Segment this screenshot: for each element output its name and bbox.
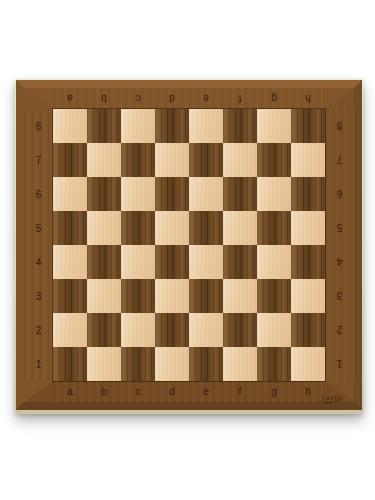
square-a4[interactable] <box>53 245 87 279</box>
rank-label-4: 4 <box>325 245 354 279</box>
square-g3[interactable] <box>257 279 291 313</box>
rank-label-5: 5 <box>24 211 53 245</box>
square-a3[interactable] <box>53 279 87 313</box>
square-d1[interactable] <box>155 347 189 381</box>
file-label-a: a <box>53 88 87 109</box>
file-label-d: d <box>155 381 189 402</box>
square-h3[interactable] <box>291 279 325 313</box>
rank-label-6: 6 <box>24 177 53 211</box>
square-c8[interactable] <box>121 109 155 143</box>
square-d2[interactable] <box>155 313 189 347</box>
square-b1[interactable] <box>87 347 121 381</box>
rank-label-6: 6 <box>325 177 354 211</box>
square-g1[interactable] <box>257 347 291 381</box>
rank-label-1: 1 <box>325 347 354 381</box>
square-a6[interactable] <box>53 177 87 211</box>
rank-label-2: 2 <box>24 313 53 347</box>
square-f5[interactable] <box>223 211 257 245</box>
square-e3[interactable] <box>189 279 223 313</box>
square-f7[interactable] <box>223 143 257 177</box>
board-frame: abcdefgh abcdefgh 87654321 87654321 cayr… <box>16 80 362 410</box>
square-c1[interactable] <box>121 347 155 381</box>
square-d7[interactable] <box>155 143 189 177</box>
file-label-g: g <box>257 88 291 109</box>
product-photo-canvas: abcdefgh abcdefgh 87654321 87654321 cayr… <box>0 0 375 500</box>
square-b4[interactable] <box>87 245 121 279</box>
square-b8[interactable] <box>87 109 121 143</box>
square-d8[interactable] <box>155 109 189 143</box>
square-c2[interactable] <box>121 313 155 347</box>
rank-label-8: 8 <box>24 109 53 143</box>
rank-label-2: 2 <box>325 313 354 347</box>
file-label-d: d <box>155 88 189 109</box>
square-g2[interactable] <box>257 313 291 347</box>
square-c7[interactable] <box>121 143 155 177</box>
file-labels-top: abcdefgh <box>53 88 325 109</box>
chess-board: abcdefgh abcdefgh 87654321 87654321 cayr… <box>15 79 363 414</box>
square-f3[interactable] <box>223 279 257 313</box>
square-d4[interactable] <box>155 245 189 279</box>
square-a5[interactable] <box>53 211 87 245</box>
file-label-c: c <box>121 381 155 402</box>
square-h7[interactable] <box>291 143 325 177</box>
square-h8[interactable] <box>291 109 325 143</box>
rank-label-3: 3 <box>325 279 354 313</box>
square-f6[interactable] <box>223 177 257 211</box>
file-label-f: f <box>223 88 257 109</box>
square-b3[interactable] <box>87 279 121 313</box>
square-d5[interactable] <box>155 211 189 245</box>
square-f1[interactable] <box>223 347 257 381</box>
file-labels-bottom: abcdefgh <box>53 381 325 402</box>
file-label-c: c <box>121 88 155 109</box>
square-e8[interactable] <box>189 109 223 143</box>
file-label-f: f <box>223 381 257 402</box>
rank-labels-right: 87654321 <box>325 109 354 381</box>
square-e4[interactable] <box>189 245 223 279</box>
square-g6[interactable] <box>257 177 291 211</box>
square-f4[interactable] <box>223 245 257 279</box>
square-e7[interactable] <box>189 143 223 177</box>
square-c4[interactable] <box>121 245 155 279</box>
square-f2[interactable] <box>223 313 257 347</box>
square-b6[interactable] <box>87 177 121 211</box>
square-a7[interactable] <box>53 143 87 177</box>
square-f8[interactable] <box>223 109 257 143</box>
square-h2[interactable] <box>291 313 325 347</box>
rank-label-4: 4 <box>24 245 53 279</box>
square-b2[interactable] <box>87 313 121 347</box>
square-h5[interactable] <box>291 211 325 245</box>
rank-label-5: 5 <box>325 211 354 245</box>
square-h6[interactable] <box>291 177 325 211</box>
square-d3[interactable] <box>155 279 189 313</box>
rank-label-7: 7 <box>24 143 53 177</box>
file-label-b: b <box>87 381 121 402</box>
square-h4[interactable] <box>291 245 325 279</box>
square-c6[interactable] <box>121 177 155 211</box>
square-g7[interactable] <box>257 143 291 177</box>
square-c5[interactable] <box>121 211 155 245</box>
square-a1[interactable] <box>53 347 87 381</box>
rank-label-3: 3 <box>24 279 53 313</box>
file-label-g: g <box>257 381 291 402</box>
square-d6[interactable] <box>155 177 189 211</box>
rank-label-8: 8 <box>325 109 354 143</box>
square-g4[interactable] <box>257 245 291 279</box>
squares <box>53 109 325 381</box>
file-label-b: b <box>87 88 121 109</box>
file-label-e: e <box>189 88 223 109</box>
square-e5[interactable] <box>189 211 223 245</box>
file-label-e: e <box>189 381 223 402</box>
rank-labels-left: 87654321 <box>24 109 53 381</box>
square-g5[interactable] <box>257 211 291 245</box>
square-e6[interactable] <box>189 177 223 211</box>
square-b5[interactable] <box>87 211 121 245</box>
file-label-a: a <box>53 381 87 402</box>
square-e2[interactable] <box>189 313 223 347</box>
square-e1[interactable] <box>189 347 223 381</box>
rank-label-1: 1 <box>24 347 53 381</box>
square-a8[interactable] <box>53 109 87 143</box>
square-h1[interactable] <box>291 347 325 381</box>
square-c3[interactable] <box>121 279 155 313</box>
square-a2[interactable] <box>53 313 87 347</box>
square-b7[interactable] <box>87 143 121 177</box>
square-g8[interactable] <box>257 109 291 143</box>
rank-label-7: 7 <box>325 143 354 177</box>
file-label-h: h <box>291 88 325 109</box>
